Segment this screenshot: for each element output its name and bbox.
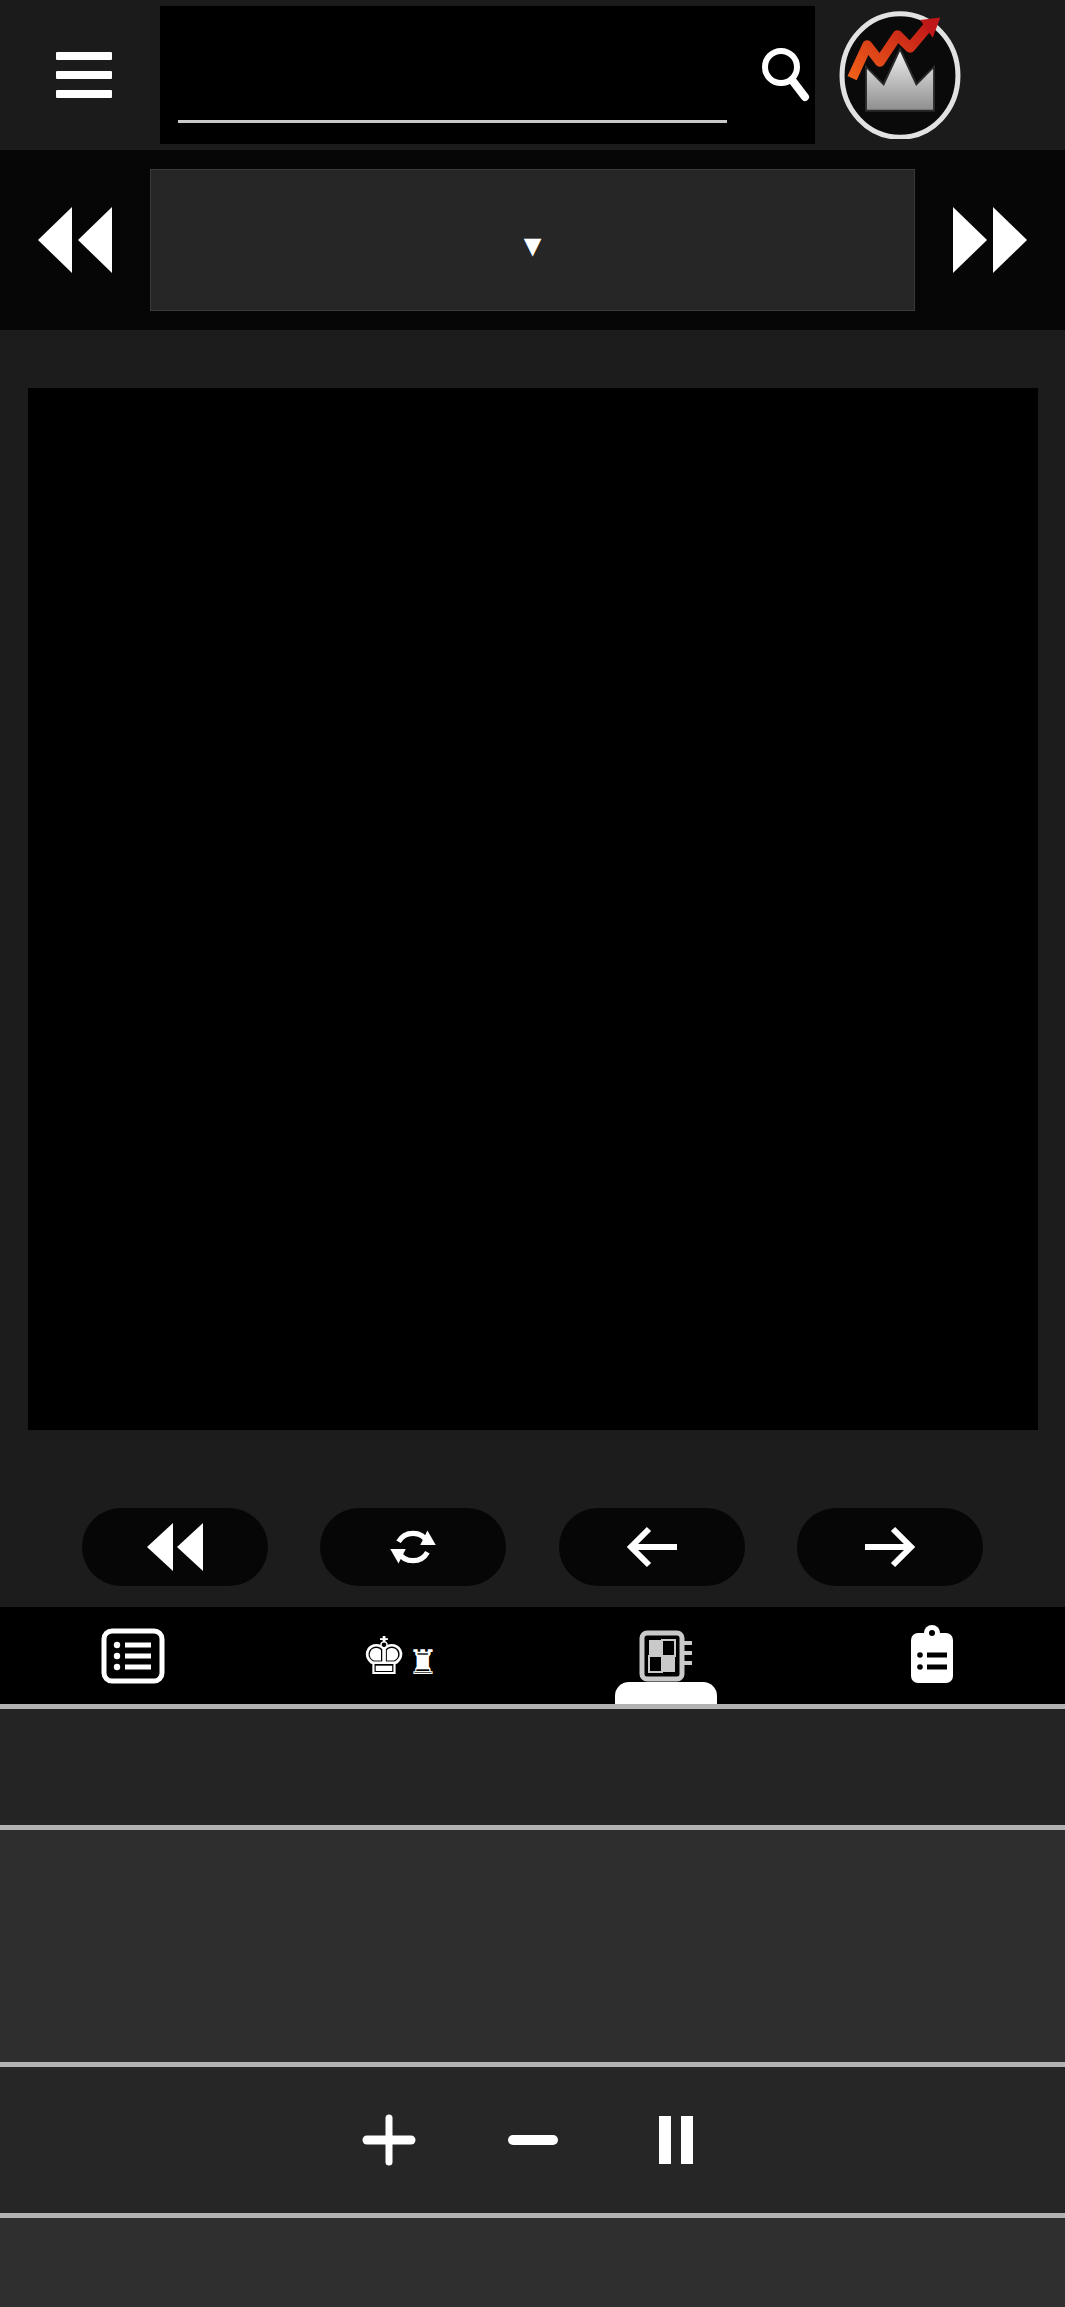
previous-game-button[interactable] bbox=[0, 207, 150, 273]
engine-analysis-panel[interactable] bbox=[0, 1830, 1065, 2062]
arrow-left-icon bbox=[621, 1521, 683, 1573]
white-player-block bbox=[151, 235, 438, 245]
bottom-tab-bar: ♚♜ bbox=[0, 1607, 1065, 1704]
footer-spacer bbox=[0, 2218, 1065, 2307]
game-header-bar: ▼ bbox=[0, 150, 1065, 330]
active-tab-indicator bbox=[615, 1682, 717, 1704]
fast-rewind-icon bbox=[143, 1521, 207, 1573]
minus-icon bbox=[505, 2112, 561, 2168]
fast-rewind-icon bbox=[36, 207, 114, 273]
rank-labels-right bbox=[1009, 434, 1038, 1386]
mini-board-icon bbox=[636, 1625, 696, 1687]
remove-line-button[interactable] bbox=[505, 2112, 561, 2168]
tab-notation[interactable] bbox=[0, 1607, 266, 1704]
tab-pieces[interactable]: ♚♜ bbox=[266, 1607, 532, 1704]
next-game-button[interactable] bbox=[915, 207, 1065, 273]
chess-board bbox=[57, 434, 1009, 1386]
fast-forward-icon bbox=[951, 207, 1029, 273]
chessbase-logo-icon[interactable] bbox=[837, 7, 963, 143]
plus-icon bbox=[361, 2112, 417, 2168]
rank-labels-left bbox=[28, 434, 57, 1386]
menu-icon[interactable] bbox=[56, 52, 112, 98]
arrow-right-icon bbox=[859, 1521, 921, 1573]
file-labels-top bbox=[28, 394, 1038, 434]
top-bar bbox=[0, 0, 1065, 150]
notation-list-icon bbox=[100, 1627, 166, 1685]
black-player-block bbox=[628, 235, 915, 245]
chess-pieces-icon: ♚♜ bbox=[361, 1626, 438, 1686]
chevron-down-icon: ▼ bbox=[518, 233, 548, 259]
game-info-panel[interactable]: ▼ bbox=[150, 169, 915, 311]
search-icon[interactable] bbox=[753, 41, 817, 109]
go-to-start-button[interactable] bbox=[82, 1508, 268, 1586]
flip-board-button[interactable] bbox=[320, 1508, 506, 1586]
pause-engine-button[interactable] bbox=[649, 2110, 705, 2170]
pause-icon bbox=[649, 2110, 705, 2170]
board-section bbox=[0, 330, 1065, 1487]
tab-board-analysis[interactable] bbox=[533, 1607, 799, 1704]
search-input[interactable] bbox=[178, 27, 727, 123]
player-search-box bbox=[160, 6, 815, 144]
app-screen: ▼ bbox=[0, 0, 1065, 2307]
result-block[interactable]: ▼ bbox=[438, 221, 628, 259]
move-navigation-row bbox=[0, 1487, 1065, 1607]
engine-status-bar[interactable] bbox=[0, 1709, 1065, 1825]
clipboard-icon bbox=[905, 1625, 959, 1687]
flip-board-icon bbox=[382, 1516, 444, 1578]
board-panel bbox=[28, 388, 1038, 1430]
file-labels-bottom bbox=[28, 1386, 1038, 1426]
tab-report[interactable] bbox=[799, 1607, 1065, 1704]
previous-move-button[interactable] bbox=[559, 1508, 745, 1586]
engine-controls bbox=[0, 2067, 1065, 2213]
next-move-button[interactable] bbox=[797, 1508, 983, 1586]
add-line-button[interactable] bbox=[361, 2112, 417, 2168]
